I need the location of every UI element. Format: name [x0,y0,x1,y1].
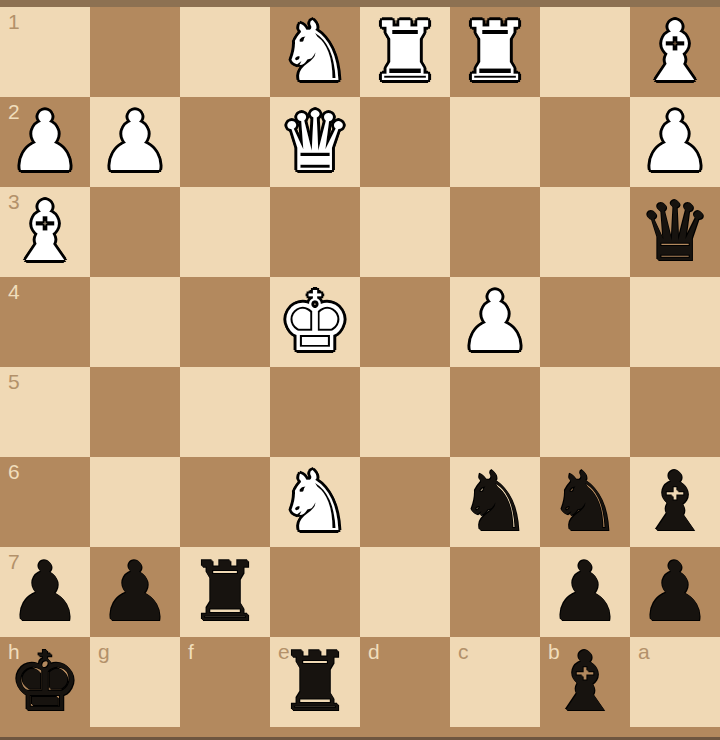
rank-label-6: 6 [8,460,20,484]
white-knight-icon[interactable]: ♞ [270,457,360,547]
black-pawn-icon[interactable]: ♟ [630,547,720,637]
black-knight-icon[interactable]: ♞ [450,457,540,547]
white-pawn-icon[interactable]: ♟ [90,97,180,187]
square-h3[interactable]: 3♝ [0,187,90,277]
black-queen-icon[interactable]: ♛ [630,187,720,277]
square-f5[interactable] [180,367,270,457]
black-pawn-icon[interactable]: ♟ [90,547,180,637]
black-rook-icon[interactable]: ♜ [270,637,360,727]
square-g2[interactable]: ♟ [90,97,180,187]
square-b7[interactable]: ♟ [540,547,630,637]
black-pawn-icon[interactable]: ♟ [0,547,90,637]
square-d6[interactable] [360,457,450,547]
black-bishop-icon[interactable]: ♝ [540,637,630,727]
square-g3[interactable] [90,187,180,277]
square-b2[interactable] [540,97,630,187]
square-c2[interactable] [450,97,540,187]
file-label-h: h [8,640,20,664]
file-label-f: f [188,640,194,664]
rank-label-3: 3 [8,190,20,214]
square-a4[interactable] [630,277,720,367]
square-a1[interactable]: ♝ [630,7,720,97]
white-king-icon[interactable]: ♚ [270,277,360,367]
square-g8[interactable]: g [90,637,180,727]
rank-label-5: 5 [8,370,20,394]
rank-label-1: 1 [8,10,20,34]
square-b3[interactable] [540,187,630,277]
file-label-d: d [368,640,380,664]
square-e4[interactable]: ♚ [270,277,360,367]
file-label-g: g [98,640,110,664]
rank-label-7: 7 [8,550,20,574]
square-h1[interactable]: 1 [0,7,90,97]
square-c8[interactable]: c [450,637,540,727]
chess-board: 1♞♜♜♝2♟♟♛♟3♝♛4♚♟56♞♞♞♝7♟♟♜♟♟h♚gfe♜dcb♝a [0,7,720,727]
square-b4[interactable] [540,277,630,367]
square-a8[interactable]: a [630,637,720,727]
square-f2[interactable] [180,97,270,187]
square-e3[interactable] [270,187,360,277]
square-a6[interactable]: ♝ [630,457,720,547]
white-bishop-icon[interactable]: ♝ [0,187,90,277]
board-top-shadow [0,0,720,7]
black-rook-icon[interactable]: ♜ [180,547,270,637]
square-g1[interactable] [90,7,180,97]
black-king-icon[interactable]: ♚ [0,637,90,727]
white-pawn-icon[interactable]: ♟ [630,97,720,187]
white-pawn-icon[interactable]: ♟ [450,277,540,367]
square-f1[interactable] [180,7,270,97]
square-d1[interactable]: ♜ [360,7,450,97]
square-g7[interactable]: ♟ [90,547,180,637]
file-label-e: e [278,640,290,664]
black-pawn-icon[interactable]: ♟ [540,547,630,637]
file-label-b: b [548,640,560,664]
square-f4[interactable] [180,277,270,367]
square-d7[interactable] [360,547,450,637]
square-e6[interactable]: ♞ [270,457,360,547]
file-label-a: a [638,640,650,664]
black-knight-icon[interactable]: ♞ [540,457,630,547]
square-a2[interactable]: ♟ [630,97,720,187]
square-d8[interactable]: d [360,637,450,727]
square-g6[interactable] [90,457,180,547]
white-queen-icon[interactable]: ♛ [270,97,360,187]
square-b8[interactable]: b♝ [540,637,630,727]
square-e2[interactable]: ♛ [270,97,360,187]
square-h7[interactable]: 7♟ [0,547,90,637]
square-c1[interactable]: ♜ [450,7,540,97]
square-f7[interactable]: ♜ [180,547,270,637]
square-h6[interactable]: 6 [0,457,90,547]
black-bishop-icon[interactable]: ♝ [630,457,720,547]
square-b5[interactable] [540,367,630,457]
white-bishop-icon[interactable]: ♝ [630,7,720,97]
square-h5[interactable]: 5 [0,367,90,457]
file-label-c: c [458,640,469,664]
white-rook-icon[interactable]: ♜ [360,7,450,97]
square-a5[interactable] [630,367,720,457]
white-knight-icon[interactable]: ♞ [270,7,360,97]
square-c7[interactable] [450,547,540,637]
square-b6[interactable]: ♞ [540,457,630,547]
square-c5[interactable] [450,367,540,457]
square-d3[interactable] [360,187,450,277]
square-f6[interactable] [180,457,270,547]
square-e1[interactable]: ♞ [270,7,360,97]
white-rook-icon[interactable]: ♜ [450,7,540,97]
square-b1[interactable] [540,7,630,97]
white-pawn-icon[interactable]: ♟ [0,97,90,187]
square-d2[interactable] [360,97,450,187]
square-h8[interactable]: h♚ [0,637,90,727]
square-d5[interactable] [360,367,450,457]
square-h4[interactable]: 4 [0,277,90,367]
square-f3[interactable] [180,187,270,277]
square-g5[interactable] [90,367,180,457]
square-a3[interactable]: ♛ [630,187,720,277]
square-e5[interactable] [270,367,360,457]
square-a7[interactable]: ♟ [630,547,720,637]
square-c4[interactable]: ♟ [450,277,540,367]
square-d4[interactable] [360,277,450,367]
square-f8[interactable]: f [180,637,270,727]
square-e7[interactable] [270,547,360,637]
rank-label-4: 4 [8,280,20,304]
square-c6[interactable]: ♞ [450,457,540,547]
square-h2[interactable]: 2♟ [0,97,90,187]
square-c3[interactable] [450,187,540,277]
square-g4[interactable] [90,277,180,367]
square-e8[interactable]: e♜ [270,637,360,727]
rank-label-2: 2 [8,100,20,124]
board-bottom-margin [0,727,720,740]
